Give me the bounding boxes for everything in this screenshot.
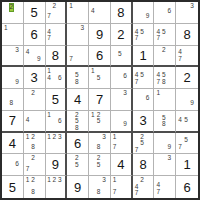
- placed-digit: 4: [9, 137, 16, 150]
- candidate-grid: 8: [2, 89, 23, 110]
- empty-candidate-slot: [101, 189, 107, 196]
- candidate-grid: 6: [154, 2, 175, 23]
- candidate-grid: 45: [176, 111, 198, 131]
- cell-r6c5[interactable]: 125: [89, 111, 111, 133]
- candidate-grid: 27: [24, 154, 45, 175]
- cell-r7c6[interactable]: 17: [111, 133, 133, 155]
- candidate-9: 9: [122, 121, 127, 128]
- empty-candidate-slot: [122, 80, 127, 85]
- cell-r5c2[interactable]: 2: [24, 89, 46, 111]
- candidate-grid: 258: [67, 111, 88, 131]
- empty-candidate-slot: [189, 144, 195, 151]
- cell-r2c6[interactable]: 2: [111, 24, 133, 46]
- candidate-grid: 4: [89, 2, 110, 23]
- cell-r3c1[interactable]: 3: [2, 46, 24, 68]
- candidate-grid: 15: [89, 67, 110, 88]
- empty-candidate-slot: [101, 15, 107, 20]
- cell-r8c7[interactable]: 8: [133, 154, 155, 176]
- cell-r7c3[interactable]: 123: [46, 133, 68, 155]
- candidate-grid: 7: [67, 46, 88, 66]
- empty-candidate-slot: [167, 58, 173, 63]
- candidate-grid: 49: [24, 46, 45, 66]
- cell-r8c8[interactable]: 3: [154, 154, 176, 176]
- cell-r1c9[interactable]: 3: [176, 2, 198, 24]
- candidate-grid: 3: [154, 154, 175, 175]
- candidate-grid: 457: [133, 67, 154, 88]
- cell-r3c7[interactable]: 1: [133, 46, 155, 68]
- empty-candidate-slot: [14, 100, 20, 107]
- empty-candidate-slot: [36, 189, 42, 196]
- placed-digit: 6: [183, 181, 190, 194]
- empty-candidate-slot: [36, 144, 42, 151]
- cell-r9c7[interactable]: 247: [133, 176, 155, 198]
- candidate-grid: 247: [133, 176, 154, 198]
- empty-candidate-slot: [122, 58, 127, 63]
- empty-candidate-slot: [122, 102, 127, 107]
- empty-candidate-slot: [189, 123, 195, 128]
- cell-r4c2[interactable]: 3: [24, 67, 46, 89]
- candidate-grid: 1: [67, 2, 88, 23]
- candidate-grid: 3: [2, 46, 23, 66]
- empty-candidate-slot: [167, 189, 173, 196]
- cell-r7c2[interactable]: 128: [24, 133, 46, 155]
- cell-r1c6[interactable]: 8: [111, 2, 133, 24]
- placed-digit: 7: [96, 93, 103, 106]
- cell-r9c4[interactable]: 9: [67, 176, 89, 198]
- candidate-grid: 1: [154, 89, 175, 110]
- cell-r2c1[interactable]: 1: [2, 24, 24, 46]
- empty-candidate-slot: [167, 79, 173, 86]
- cell-r3c8[interactable]: 2: [154, 46, 176, 68]
- empty-candidate-slot: [14, 3, 20, 12]
- cell-r8c4[interactable]: 25: [67, 154, 89, 176]
- cell-r3c4[interactable]: 7: [67, 46, 89, 68]
- cell-r7c9[interactable]: 57: [176, 133, 198, 155]
- cell-r6c9[interactable]: 45: [176, 111, 198, 133]
- candidate-grid: 9: [2, 67, 23, 88]
- placed-digit: 2: [117, 28, 124, 41]
- cell-r6c6[interactable]: 9: [111, 111, 133, 133]
- cell-r6c2[interactable]: 4: [24, 111, 46, 133]
- empty-candidate-slot: [145, 102, 151, 107]
- placed-digit: 8: [117, 6, 124, 19]
- placed-digit: 6: [74, 137, 81, 150]
- cell-r9c3[interactable]: 123: [46, 176, 68, 198]
- empty-candidate-slot: [101, 125, 107, 128]
- cell-r9c5[interactable]: 38: [89, 176, 111, 198]
- cell-r1c8[interactable]: 6: [154, 2, 176, 24]
- candidate-grid: 128: [24, 133, 45, 154]
- candidate-grid: 2: [154, 46, 175, 66]
- cell-r6c1[interactable]: 7: [2, 111, 24, 133]
- placed-digit: 3: [139, 114, 146, 127]
- empty-candidate-slot: [167, 35, 173, 42]
- placed-digit: 1: [183, 158, 190, 171]
- candidate-grid: 58: [154, 111, 175, 131]
- candidate-grid: 17: [111, 133, 131, 154]
- cell-r3c6[interactable]: 5: [111, 46, 133, 68]
- cell-r6c7[interactable]: 3: [133, 111, 155, 133]
- empty-candidate-slot: [57, 35, 62, 42]
- cell-r5c1[interactable]: 8: [2, 89, 24, 111]
- candidate-grid: 58: [67, 67, 88, 88]
- cell-r2c5[interactable]: 9: [89, 24, 111, 46]
- empty-candidate-slot: [80, 36, 86, 41]
- empty-candidate-slot: [101, 81, 107, 85]
- candidate-grid: 4: [24, 111, 45, 131]
- empty-candidate-slot: [80, 15, 86, 20]
- empty-candidate-slot: [80, 56, 86, 63]
- candidate-grid: 3: [67, 24, 88, 45]
- cell-r1c3[interactable]: 27: [46, 2, 68, 24]
- candidate-grid: 17: [111, 176, 131, 198]
- placed-digit: 7: [9, 114, 16, 127]
- empty-candidate-slot: [14, 167, 20, 172]
- cell-r5c5[interactable]: 7: [89, 89, 111, 111]
- placed-digit: 9: [52, 158, 59, 171]
- cell-r2c9[interactable]: 8: [176, 24, 198, 46]
- cell-r8c2[interactable]: 27: [24, 154, 46, 176]
- empty-candidate-slot: [167, 167, 173, 172]
- placed-digit: 8: [52, 49, 59, 62]
- cell-r7c1[interactable]: 4: [2, 133, 24, 155]
- candidate-9: 9: [167, 144, 173, 151]
- empty-candidate-slot: [14, 58, 20, 63]
- placed-digit: 8: [183, 28, 190, 41]
- empty-candidate-slot: [145, 79, 151, 86]
- placed-digit: 5: [9, 181, 16, 194]
- cell-r8c5[interactable]: 25: [89, 154, 111, 176]
- candidate-grid: 57: [176, 133, 198, 154]
- empty-candidate-slot: [57, 13, 62, 20]
- cell-r9c8[interactable]: 47: [154, 176, 176, 198]
- cell-r2c7[interactable]: 457: [133, 24, 155, 46]
- empty-candidate-slot: [57, 125, 62, 128]
- candidate-grid: 5: [111, 46, 131, 66]
- cell-r8c3[interactable]: 9: [46, 154, 68, 176]
- candidate-grid: 9: [111, 111, 131, 131]
- candidate-grid: 6: [2, 154, 23, 175]
- candidate-grid: 25: [89, 154, 110, 175]
- cell-r8c1[interactable]: 6: [2, 154, 24, 176]
- candidate-grid: 3: [176, 2, 198, 23]
- candidate-grid: 123: [46, 176, 66, 198]
- cell-r4c9[interactable]: 2: [176, 67, 198, 89]
- cell-r3c9[interactable]: 47: [176, 46, 198, 68]
- cell-r4c3[interactable]: 146: [46, 67, 68, 89]
- cell-r1c4[interactable]: 1: [67, 2, 89, 24]
- cell-r5c6[interactable]: 3: [111, 89, 133, 111]
- empty-candidate-slot: [36, 166, 42, 173]
- empty-candidate-slot: [80, 79, 86, 86]
- candidate-grid: 125: [89, 111, 110, 131]
- cell-r5c4[interactable]: 4: [67, 89, 89, 111]
- candidate-grid: 457: [154, 24, 175, 45]
- candidate-9: 9: [36, 56, 42, 63]
- candidate-9: 9: [189, 100, 195, 107]
- placed-digit: 5: [52, 93, 59, 106]
- empty-candidate-slot: [80, 168, 86, 172]
- cell-r4c7[interactable]: 457: [133, 67, 155, 89]
- candidate-grid: 6: [133, 89, 154, 110]
- placed-digit: 9: [74, 181, 81, 194]
- cell-r5c3[interactable]: 5: [46, 89, 68, 111]
- candidate-grid: 9: [133, 2, 154, 23]
- cell-r4c6[interactable]: 6: [111, 67, 133, 89]
- empty-candidate-slot: [189, 56, 195, 63]
- empty-candidate-slot: [145, 147, 151, 154]
- empty-candidate-slot: [145, 35, 151, 42]
- empty-candidate-slot: [14, 36, 20, 41]
- cell-r1c2[interactable]: 5: [24, 2, 46, 24]
- empty-candidate-slot: [167, 121, 173, 128]
- cell-r9c2[interactable]: 128: [24, 176, 46, 198]
- empty-candidate-slot: [122, 144, 127, 151]
- cell-r8c9[interactable]: 1: [176, 154, 198, 176]
- empty-candidate-slot: [57, 145, 62, 150]
- cell-r7c8[interactable]: 9: [154, 133, 176, 155]
- cell-r5c9[interactable]: 9: [176, 89, 198, 111]
- cell-r5c8[interactable]: 1: [154, 89, 176, 111]
- candidate-grid: 38: [89, 133, 110, 154]
- candidate-grid: 25: [67, 154, 88, 175]
- cell-r1c5[interactable]: 4: [89, 2, 111, 24]
- cell-r1c7[interactable]: 9: [133, 2, 155, 24]
- cell-r7c7[interactable]: 257: [133, 133, 155, 155]
- empty-candidate-slot: [36, 102, 42, 107]
- cell-r2c3[interactable]: 47: [46, 24, 68, 46]
- cell-r4c5[interactable]: 15: [89, 67, 111, 89]
- placed-digit: 9: [96, 28, 103, 41]
- empty-candidate-slot: [167, 102, 173, 107]
- candidate-grid: 3: [111, 89, 131, 110]
- candidate-grid: 6: [111, 67, 131, 88]
- empty-candidate-slot: [80, 125, 86, 132]
- cell-r3c3[interactable]: 8: [46, 46, 68, 68]
- empty-candidate-slot: [101, 144, 107, 151]
- candidate-grid: 16: [46, 111, 66, 131]
- cell-r9c6[interactable]: 17: [111, 176, 133, 198]
- placed-digit: 2: [183, 71, 190, 84]
- candidate-grid: 4578: [154, 67, 175, 88]
- candidate-grid: 257: [133, 133, 154, 154]
- candidate-grid: 9: [176, 89, 198, 110]
- empty-candidate-slot: [57, 189, 62, 195]
- empty-candidate-slot: [189, 15, 195, 20]
- candidate-grid: 1: [2, 24, 23, 45]
- cell-r1c1[interactable]: 2: [2, 2, 24, 24]
- cell-r3c2[interactable]: 49: [24, 46, 46, 68]
- candidate-grid: 457: [133, 24, 154, 45]
- cell-r6c3[interactable]: 16: [46, 111, 68, 133]
- candidate-9: 9: [14, 79, 20, 86]
- cell-r5c7[interactable]: 6: [133, 89, 155, 111]
- cell-r8c6[interactable]: 4: [111, 154, 133, 176]
- candidate-grid: 47: [46, 24, 66, 45]
- empty-candidate-slot: [36, 123, 42, 128]
- empty-candidate-slot: [122, 189, 127, 196]
- candidate-grid: 2: [24, 89, 45, 110]
- candidate-grid: 27: [46, 2, 66, 23]
- candidate-grid: 38: [89, 176, 110, 198]
- placed-digit: 6: [31, 28, 38, 41]
- placed-digit: 5: [31, 6, 38, 19]
- cell-r2c4[interactable]: 3: [67, 24, 89, 46]
- cell-r6c8[interactable]: 58: [154, 111, 176, 133]
- cell-r7c5[interactable]: 38: [89, 133, 111, 155]
- placed-digit: 1: [139, 49, 146, 62]
- cell-r4c1[interactable]: 9: [2, 67, 24, 89]
- cell-r7c4[interactable]: 6: [67, 133, 89, 155]
- placed-digit: 3: [31, 71, 38, 84]
- cell-r4c4[interactable]: 58: [67, 67, 89, 89]
- placed-digit: 8: [139, 158, 146, 171]
- placed-digit: 4: [117, 158, 124, 171]
- candidate-grid: 9: [154, 133, 175, 154]
- candidate-grid: 146: [46, 67, 66, 88]
- empty-candidate-slot: [101, 168, 107, 172]
- empty-candidate-slot: [167, 15, 173, 20]
- cell-r9c9[interactable]: 6: [176, 176, 198, 198]
- cell-r2c8[interactable]: 457: [154, 24, 176, 46]
- placed-digit: 4: [74, 93, 81, 106]
- cell-r9c1[interactable]: 5: [2, 176, 24, 198]
- cell-r4c8[interactable]: 4578: [154, 67, 176, 89]
- sudoku-board: 2527148963164739245745783498765124793146…: [0, 0, 200, 200]
- candidate-grid: 128: [24, 176, 45, 198]
- candidate-grid: 123: [46, 133, 66, 154]
- empty-candidate-slot: [14, 16, 20, 20]
- cell-r3c5[interactable]: 6: [89, 46, 111, 68]
- candidate-grid: 47: [176, 46, 198, 66]
- cell-r2c2[interactable]: 6: [24, 24, 46, 46]
- empty-candidate-slot: [57, 81, 62, 85]
- cell-r6c4[interactable]: 258: [67, 111, 89, 133]
- placed-digit: 6: [96, 49, 103, 62]
- empty-candidate-slot: [145, 190, 151, 197]
- candidate-9: 9: [145, 13, 151, 20]
- candidate-grid: 47: [154, 176, 175, 198]
- candidate-grid: 2: [2, 2, 23, 23]
